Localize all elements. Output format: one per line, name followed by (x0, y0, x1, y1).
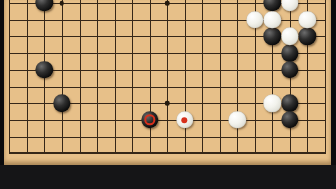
grid-line (255, 0, 256, 4)
grid-line (27, 0, 28, 4)
board-cell (308, 104, 326, 121)
board-cell (133, 21, 151, 38)
board-cell (308, 138, 326, 155)
last-move-dot-marker (182, 117, 188, 123)
board-cell (168, 138, 186, 155)
board-cell (186, 21, 204, 38)
board-cell (256, 54, 274, 71)
board-cell (221, 54, 239, 71)
board-cell (28, 121, 46, 138)
board-cell (10, 71, 28, 88)
board-cell (238, 88, 256, 105)
red-circle-marker (144, 115, 155, 126)
grid-line (325, 0, 326, 4)
board-cell (168, 71, 186, 88)
board-cell (10, 121, 28, 138)
board-cell (221, 37, 239, 54)
board-cell (116, 138, 134, 155)
board-cell (203, 4, 221, 21)
board-cell (151, 71, 169, 88)
board-cell (151, 37, 169, 54)
board-cell (98, 104, 116, 121)
board-cell (133, 4, 151, 21)
board-cell (203, 121, 221, 138)
board-cell (98, 71, 116, 88)
board-cell (133, 138, 151, 155)
board-cell (10, 138, 28, 155)
board-cell (133, 54, 151, 71)
board-cell (203, 104, 221, 121)
board-cell (28, 37, 46, 54)
board-cell (10, 37, 28, 54)
board-cell (221, 88, 239, 105)
board-cell (151, 4, 169, 21)
board-cell (63, 4, 81, 21)
board-cell (116, 88, 134, 105)
grid-line (9, 0, 10, 4)
board-cell (98, 37, 116, 54)
star-point (165, 1, 170, 6)
board-cell (45, 21, 63, 38)
grid-line (97, 0, 98, 4)
board-cell (308, 121, 326, 138)
board-cell (63, 37, 81, 54)
board-cell (308, 54, 326, 71)
grid-line (185, 0, 186, 4)
go-app-screen (0, 0, 336, 189)
board-cell (221, 71, 239, 88)
board-cell (186, 88, 204, 105)
left-frame-bar (0, 0, 4, 165)
board-cell (186, 54, 204, 71)
board-cell (81, 4, 99, 21)
board-cell (133, 88, 151, 105)
board-cell (168, 54, 186, 71)
grid-line (202, 0, 203, 4)
board-cell (10, 88, 28, 105)
board-cell (186, 71, 204, 88)
board-cell (221, 21, 239, 38)
board-cell (45, 121, 63, 138)
board-cell (98, 54, 116, 71)
board-cell (256, 71, 274, 88)
board-cell (291, 138, 309, 155)
board-cell (221, 4, 239, 21)
bottom-bar (0, 165, 336, 189)
board-cell (81, 88, 99, 105)
board-cell (238, 138, 256, 155)
grid-line (132, 0, 133, 4)
board-cell (116, 121, 134, 138)
grid-line (237, 0, 238, 4)
board-cell (186, 37, 204, 54)
board-cell (63, 54, 81, 71)
grid-line (115, 0, 116, 4)
board-cell (203, 21, 221, 38)
board-cell (221, 138, 239, 155)
right-frame-bar (331, 0, 336, 165)
board-cell (81, 37, 99, 54)
board-cell (98, 138, 116, 155)
board-cell (81, 104, 99, 121)
board-cell (308, 71, 326, 88)
board-cell (116, 4, 134, 21)
board-cell (28, 21, 46, 38)
board-cell (28, 88, 46, 105)
grid-line (307, 0, 308, 4)
board-cell (238, 37, 256, 54)
go-board[interactable] (4, 0, 331, 165)
board-cell (168, 37, 186, 54)
board-cell (168, 88, 186, 105)
board-cell (133, 37, 151, 54)
board-cell (238, 71, 256, 88)
board-cell (63, 138, 81, 155)
board-cell (81, 21, 99, 38)
board-cell (63, 71, 81, 88)
board-cell (151, 54, 169, 71)
board-cell (203, 37, 221, 54)
board-cell (45, 138, 63, 155)
board-cell (63, 21, 81, 38)
grid-line (220, 0, 221, 4)
star-point (60, 1, 65, 6)
board-cell (308, 88, 326, 105)
board-cell (81, 54, 99, 71)
board-cell (116, 21, 134, 38)
board-cell (203, 71, 221, 88)
board-cell (10, 104, 28, 121)
board-cell (81, 121, 99, 138)
board-cell (256, 121, 274, 138)
board-cell (116, 104, 134, 121)
board-cell (238, 54, 256, 71)
board-cell (133, 71, 151, 88)
board-cell (203, 138, 221, 155)
board-cell (98, 4, 116, 21)
board-cell (10, 4, 28, 21)
board-cell (10, 54, 28, 71)
board-cell (203, 54, 221, 71)
go-board-grid (9, 3, 326, 154)
grid-line (150, 0, 151, 4)
board-cell (28, 104, 46, 121)
board-cell (151, 138, 169, 155)
board-cell (45, 37, 63, 54)
board-cell (98, 21, 116, 38)
board-cell (256, 138, 274, 155)
board-cell (98, 121, 116, 138)
star-point (165, 101, 170, 106)
board-cell (186, 138, 204, 155)
grid-line (80, 0, 81, 4)
board-cell (116, 37, 134, 54)
board-cell (98, 88, 116, 105)
board-cell (116, 54, 134, 71)
board-cell (186, 4, 204, 21)
board-cell (10, 21, 28, 38)
board-cell (81, 71, 99, 88)
board-cell (151, 21, 169, 38)
board-cell (116, 71, 134, 88)
board-cell (168, 4, 186, 21)
board-cell (168, 21, 186, 38)
board-cell (81, 138, 99, 155)
board-cell (203, 88, 221, 105)
board-cell (63, 121, 81, 138)
board-cell (28, 138, 46, 155)
board-cell (273, 138, 291, 155)
